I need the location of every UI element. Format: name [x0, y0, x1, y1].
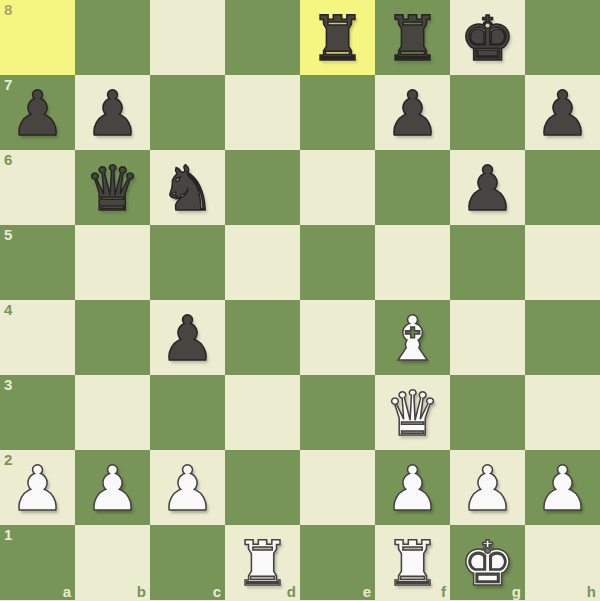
white-pawn-b2[interactable]: ♟	[85, 451, 141, 526]
square-c6[interactable]: ♞	[150, 150, 225, 225]
chess-board: 8♜♜♚7♟♟♟♟6♛♞♟54♟♝3♛2♟♟♟♟♟♟1abcd♜ef♜g♚h	[0, 0, 600, 600]
square-d5[interactable]	[225, 225, 300, 300]
square-b3[interactable]	[75, 375, 150, 450]
square-e5[interactable]	[300, 225, 375, 300]
square-c8[interactable]	[150, 0, 225, 75]
square-g5[interactable]	[450, 225, 525, 300]
square-a2[interactable]: 2♟	[0, 450, 75, 525]
square-a4[interactable]: 4	[0, 300, 75, 375]
black-pawn-b7[interactable]: ♟	[85, 76, 141, 151]
square-d6[interactable]	[225, 150, 300, 225]
black-rook-f8[interactable]: ♜	[385, 1, 441, 76]
file-label-a: a	[63, 583, 71, 600]
square-h8[interactable]	[525, 0, 600, 75]
square-c5[interactable]	[150, 225, 225, 300]
square-a5[interactable]: 5	[0, 225, 75, 300]
white-bishop-f4[interactable]: ♝	[385, 301, 441, 376]
square-e7[interactable]	[300, 75, 375, 150]
square-b6[interactable]: ♛	[75, 150, 150, 225]
rank-label-4: 4	[4, 301, 12, 318]
square-h3[interactable]	[525, 375, 600, 450]
square-g3[interactable]	[450, 375, 525, 450]
black-queen-b6[interactable]: ♛	[85, 151, 141, 226]
white-pawn-h2[interactable]: ♟	[535, 451, 591, 526]
rank-label-6: 6	[4, 151, 12, 168]
square-f2[interactable]: ♟	[375, 450, 450, 525]
square-e2[interactable]	[300, 450, 375, 525]
file-label-e: e	[363, 583, 371, 600]
white-queen-f3[interactable]: ♛	[385, 376, 441, 451]
square-e3[interactable]	[300, 375, 375, 450]
square-f7[interactable]: ♟	[375, 75, 450, 150]
square-c7[interactable]	[150, 75, 225, 150]
square-f3[interactable]: ♛	[375, 375, 450, 450]
black-king-g8[interactable]: ♚	[460, 1, 516, 76]
square-b5[interactable]	[75, 225, 150, 300]
square-a3[interactable]: 3	[0, 375, 75, 450]
rank-label-8: 8	[4, 1, 12, 18]
black-knight-c6[interactable]: ♞	[160, 151, 216, 226]
square-d3[interactable]	[225, 375, 300, 450]
square-h2[interactable]: ♟	[525, 450, 600, 525]
square-b1[interactable]: b	[75, 525, 150, 600]
black-pawn-h7[interactable]: ♟	[535, 76, 591, 151]
rank-label-1: 1	[4, 526, 12, 543]
white-pawn-f2[interactable]: ♟	[385, 451, 441, 526]
file-label-c: c	[213, 583, 221, 600]
square-b8[interactable]	[75, 0, 150, 75]
white-rook-f1[interactable]: ♜	[385, 526, 441, 601]
square-f6[interactable]	[375, 150, 450, 225]
square-h7[interactable]: ♟	[525, 75, 600, 150]
black-pawn-a7[interactable]: ♟	[10, 76, 66, 151]
white-rook-d1[interactable]: ♜	[235, 526, 291, 601]
square-c3[interactable]	[150, 375, 225, 450]
square-d7[interactable]	[225, 75, 300, 150]
square-e8[interactable]: ♜	[300, 0, 375, 75]
square-a8[interactable]: 8	[0, 0, 75, 75]
square-f5[interactable]	[375, 225, 450, 300]
square-c2[interactable]: ♟	[150, 450, 225, 525]
square-g6[interactable]: ♟	[450, 150, 525, 225]
square-e4[interactable]	[300, 300, 375, 375]
square-e6[interactable]	[300, 150, 375, 225]
black-pawn-c4[interactable]: ♟	[160, 301, 216, 376]
square-e1[interactable]: e	[300, 525, 375, 600]
square-a6[interactable]: 6	[0, 150, 75, 225]
square-c1[interactable]: c	[150, 525, 225, 600]
square-f4[interactable]: ♝	[375, 300, 450, 375]
square-h1[interactable]: h	[525, 525, 600, 600]
square-g7[interactable]	[450, 75, 525, 150]
square-g4[interactable]	[450, 300, 525, 375]
square-f8[interactable]: ♜	[375, 0, 450, 75]
square-h6[interactable]	[525, 150, 600, 225]
rank-label-3: 3	[4, 376, 12, 393]
square-d2[interactable]	[225, 450, 300, 525]
square-g8[interactable]: ♚	[450, 0, 525, 75]
black-pawn-f7[interactable]: ♟	[385, 76, 441, 151]
square-d4[interactable]	[225, 300, 300, 375]
white-pawn-c2[interactable]: ♟	[160, 451, 216, 526]
square-b2[interactable]: ♟	[75, 450, 150, 525]
square-a1[interactable]: 1a	[0, 525, 75, 600]
black-pawn-g6[interactable]: ♟	[460, 151, 516, 226]
square-c4[interactable]: ♟	[150, 300, 225, 375]
square-b7[interactable]: ♟	[75, 75, 150, 150]
square-h4[interactable]	[525, 300, 600, 375]
square-b4[interactable]	[75, 300, 150, 375]
square-h5[interactable]	[525, 225, 600, 300]
square-a7[interactable]: 7♟	[0, 75, 75, 150]
white-king-g1[interactable]: ♚	[460, 526, 516, 601]
black-rook-e8[interactable]: ♜	[310, 1, 366, 76]
file-label-b: b	[137, 583, 146, 600]
white-pawn-a2[interactable]: ♟	[10, 451, 66, 526]
square-d1[interactable]: d♜	[225, 525, 300, 600]
rank-label-5: 5	[4, 226, 12, 243]
square-g2[interactable]: ♟	[450, 450, 525, 525]
file-label-h: h	[587, 583, 596, 600]
square-g1[interactable]: g♚	[450, 525, 525, 600]
square-d8[interactable]	[225, 0, 300, 75]
square-f1[interactable]: f♜	[375, 525, 450, 600]
file-label-f: f	[441, 583, 446, 600]
white-pawn-g2[interactable]: ♟	[460, 451, 516, 526]
